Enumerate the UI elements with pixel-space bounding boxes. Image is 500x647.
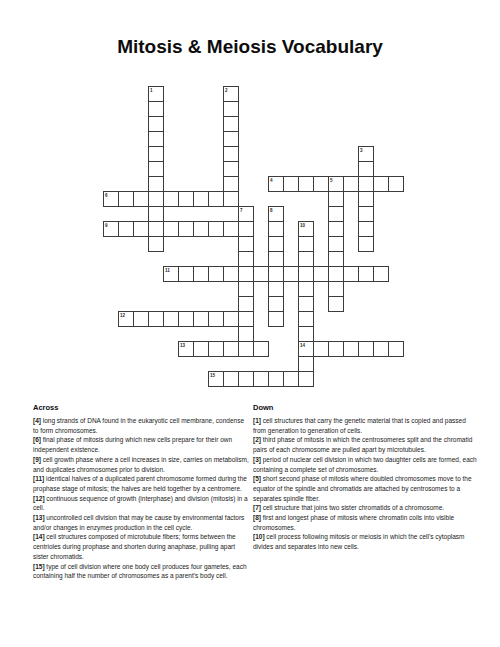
clue-item: [2] third phase of mitosis in which the … — [253, 435, 477, 454]
grid-cell[interactable] — [358, 176, 374, 192]
grid-cell[interactable] — [148, 176, 164, 192]
cell-number: 6 — [105, 193, 108, 198]
grid-cell[interactable] — [253, 371, 269, 387]
grid-cell[interactable] — [328, 236, 344, 252]
grid-cell[interactable] — [208, 311, 224, 327]
clue-number-label: [4] — [33, 417, 41, 424]
grid-cell[interactable] — [238, 341, 254, 357]
clue-number-label: [6] — [33, 436, 41, 443]
cell-number: 9 — [105, 223, 108, 228]
grid-cell[interactable]: 14 — [298, 341, 314, 357]
grid-cell[interactable] — [178, 266, 194, 282]
clue-number-label: [13] — [33, 514, 45, 521]
grid-cell[interactable] — [223, 341, 239, 357]
grid-cell[interactable] — [253, 341, 269, 357]
grid-cell[interactable] — [358, 191, 374, 207]
cell-number: 3 — [360, 148, 363, 153]
grid-cell[interactable] — [223, 161, 239, 177]
grid-cell[interactable] — [358, 161, 374, 177]
grid-cell[interactable]: 4 — [268, 176, 284, 192]
grid-cell[interactable] — [148, 101, 164, 117]
clue-item: [7] cell structure that joins two sister… — [253, 503, 477, 513]
grid-cell[interactable] — [208, 341, 224, 357]
clue-number-label: [12] — [33, 495, 45, 502]
grid-cell[interactable] — [193, 311, 209, 327]
grid-cell[interactable] — [163, 221, 179, 237]
grid-cell[interactable] — [133, 221, 149, 237]
clue-number-label: [5] — [253, 475, 261, 482]
grid-cell[interactable]: 3 — [358, 146, 374, 162]
clue-number-label: [15] — [33, 563, 45, 570]
cell-number: 14 — [300, 343, 305, 348]
grid-cell[interactable] — [373, 176, 389, 192]
grid-cell[interactable]: 1 — [148, 86, 164, 102]
grid-cell[interactable] — [238, 326, 254, 342]
grid-cell[interactable] — [268, 251, 284, 267]
grid-cell[interactable] — [178, 221, 194, 237]
clue-item: [8] first and longest phase of mitosis w… — [253, 513, 477, 532]
grid-cell[interactable] — [343, 266, 359, 282]
grid-cell[interactable] — [358, 206, 374, 222]
clue-item: [9] cell growth phase where a cell incre… — [33, 455, 251, 474]
grid-cell[interactable]: 15 — [208, 371, 224, 387]
grid-cell[interactable] — [133, 191, 149, 207]
grid-cell[interactable]: 10 — [298, 221, 314, 237]
grid-cell[interactable] — [223, 266, 239, 282]
grid-cell[interactable] — [298, 266, 314, 282]
clue-item: [6] final phase of mitosis during which … — [33, 435, 251, 454]
grid-cell[interactable] — [298, 311, 314, 327]
grid-cell[interactable] — [238, 371, 254, 387]
grid-cell[interactable] — [193, 266, 209, 282]
grid-cell[interactable] — [358, 341, 374, 357]
grid-cell[interactable] — [298, 371, 314, 387]
grid-cell[interactable] — [163, 191, 179, 207]
grid-cell[interactable] — [208, 191, 224, 207]
clue-item: [12] continuous sequence of growth (inte… — [33, 494, 251, 513]
grid-cell[interactable]: 5 — [328, 176, 344, 192]
clue-number-label: [9] — [33, 456, 41, 463]
grid-cell[interactable] — [253, 266, 269, 282]
grid-cell[interactable] — [238, 296, 254, 312]
grid-cell[interactable] — [373, 341, 389, 357]
grid-cell[interactable] — [238, 221, 254, 237]
cell-number: 10 — [300, 223, 305, 228]
grid-cell[interactable] — [223, 131, 239, 147]
cell-number: 4 — [270, 178, 273, 183]
grid-cell[interactable]: 8 — [268, 206, 284, 222]
clue-number-label: [2] — [253, 436, 261, 443]
grid-cell[interactable] — [238, 251, 254, 267]
grid-cell[interactable] — [148, 206, 164, 222]
grid-cell[interactable] — [193, 191, 209, 207]
grid-cell[interactable] — [148, 191, 164, 207]
clue-number-label: [14] — [33, 533, 45, 540]
grid-cell[interactable] — [298, 251, 314, 267]
grid-cell[interactable] — [223, 116, 239, 132]
cell-number: 1 — [150, 88, 153, 93]
clue-item: [5] short second phase of mitosis where … — [253, 474, 477, 503]
across-clues-list: [4] long strands of DNA found in the euk… — [33, 416, 251, 581]
down-clues-list: [1] cell structures that carry the genet… — [253, 416, 477, 552]
grid-cell[interactable] — [238, 266, 254, 282]
cell-number: 5 — [330, 178, 333, 183]
grid-cell[interactable] — [163, 311, 179, 327]
cell-number: 12 — [120, 313, 125, 318]
grid-cell[interactable] — [268, 221, 284, 237]
grid-cell[interactable] — [328, 221, 344, 237]
clue-item: [10] cell process following mitosis or m… — [253, 532, 477, 551]
grid-cell[interactable] — [298, 356, 314, 372]
clue-number-label: [7] — [253, 504, 261, 511]
clue-item: [13] uncontrolled cell division that may… — [33, 513, 251, 532]
grid-cell[interactable] — [313, 341, 329, 357]
grid-cell[interactable] — [223, 176, 239, 192]
down-heading: Down — [253, 403, 477, 413]
clue-item: [14] cell structures composed of microtu… — [33, 532, 251, 561]
grid-cell[interactable] — [328, 296, 344, 312]
cell-number: 13 — [180, 343, 185, 348]
grid-cell[interactable] — [223, 371, 239, 387]
grid-cell[interactable] — [223, 101, 239, 117]
grid-cell[interactable] — [373, 266, 389, 282]
grid-cell[interactable] — [283, 176, 299, 192]
grid-cell[interactable] — [148, 161, 164, 177]
cell-number: 11 — [165, 268, 170, 273]
grid-cell[interactable] — [223, 146, 239, 162]
grid-cell[interactable]: 6 — [103, 191, 119, 207]
clue-number-label: [10] — [253, 533, 265, 540]
grid-cell[interactable] — [148, 221, 164, 237]
grid-cell[interactable] — [238, 236, 254, 252]
grid-cell[interactable] — [268, 281, 284, 297]
grid-cell[interactable]: 11 — [163, 266, 179, 282]
page-title: Mitosis & Meiosis Vocabulary — [0, 36, 500, 58]
grid-cell[interactable] — [388, 176, 404, 192]
grid-cell[interactable] — [223, 221, 239, 237]
grid-cell[interactable] — [298, 326, 314, 342]
grid-cell[interactable] — [118, 191, 134, 207]
cell-number: 2 — [225, 88, 228, 93]
grid-cell[interactable] — [298, 296, 314, 312]
grid-cell[interactable]: 13 — [178, 341, 194, 357]
grid-cell[interactable] — [148, 131, 164, 147]
grid-cell[interactable] — [118, 221, 134, 237]
grid-cell[interactable] — [208, 221, 224, 237]
grid-cell[interactable] — [358, 236, 374, 252]
grid-cell[interactable] — [208, 266, 224, 282]
clue-item: [15] type of cell division where one bod… — [33, 562, 251, 581]
grid-cell[interactable] — [313, 266, 329, 282]
grid-cell[interactable]: 12 — [118, 311, 134, 327]
grid-cell[interactable] — [193, 341, 209, 357]
grid-cell[interactable] — [298, 236, 314, 252]
grid-cell[interactable]: 9 — [103, 221, 119, 237]
clue-item: [3] period of nuclear cell division in w… — [253, 455, 477, 474]
grid-cell[interactable] — [193, 221, 209, 237]
grid-cell[interactable] — [343, 341, 359, 357]
grid-cell[interactable] — [238, 311, 254, 327]
grid-cell[interactable] — [148, 146, 164, 162]
clue-item: [4] long strands of DNA found in the euk… — [33, 416, 251, 435]
grid-cell[interactable] — [298, 176, 314, 192]
cell-number: 15 — [210, 373, 215, 378]
cell-number: 8 — [270, 208, 273, 213]
clue-number-label: [11] — [33, 475, 44, 482]
grid-cell[interactable] — [283, 371, 299, 387]
clue-number-label: [3] — [253, 456, 261, 463]
grid-cell[interactable] — [148, 236, 164, 252]
clue-item: [11] identical halves of a duplicated pa… — [33, 474, 251, 493]
grid-cell[interactable] — [148, 311, 164, 327]
grid-cell[interactable] — [283, 266, 299, 282]
grid-cell[interactable] — [328, 266, 344, 282]
down-clues-section: Down [1] cell structures that carry the … — [253, 403, 477, 552]
grid-cell[interactable] — [358, 266, 374, 282]
grid-cell[interactable] — [328, 206, 344, 222]
grid-cell[interactable] — [328, 341, 344, 357]
clue-number-label: [1] — [253, 417, 261, 424]
crossword-grid: 123456789101112131415 — [103, 86, 405, 388]
grid-cell[interactable] — [358, 221, 374, 237]
clue-item: [1] cell structures that carry the genet… — [253, 416, 477, 435]
grid-cell[interactable] — [223, 311, 239, 327]
grid-cell[interactable] — [133, 311, 149, 327]
grid-cell[interactable]: 2 — [223, 86, 239, 102]
grid-cell[interactable] — [268, 236, 284, 252]
grid-cell[interactable] — [388, 341, 404, 357]
grid-cell[interactable] — [268, 266, 284, 282]
grid-cell[interactable] — [223, 191, 239, 207]
grid-cell[interactable] — [178, 311, 194, 327]
grid-cell[interactable] — [328, 251, 344, 267]
grid-cell[interactable] — [268, 311, 284, 327]
across-clues-section: Across [4] long strands of DNA found in … — [33, 403, 251, 581]
grid-cell[interactable] — [328, 281, 344, 297]
grid-cell[interactable] — [343, 176, 359, 192]
grid-cell[interactable] — [148, 116, 164, 132]
grid-cell[interactable] — [178, 191, 194, 207]
grid-cell[interactable] — [328, 191, 344, 207]
grid-cell[interactable] — [298, 281, 314, 297]
grid-cell[interactable] — [238, 281, 254, 297]
grid-cell[interactable] — [268, 371, 284, 387]
grid-cell[interactable] — [313, 176, 329, 192]
grid-cell[interactable] — [268, 296, 284, 312]
cell-number: 7 — [240, 208, 243, 213]
grid-cell[interactable]: 7 — [238, 206, 254, 222]
across-heading: Across — [33, 403, 251, 413]
clue-number-label: [8] — [253, 514, 261, 521]
